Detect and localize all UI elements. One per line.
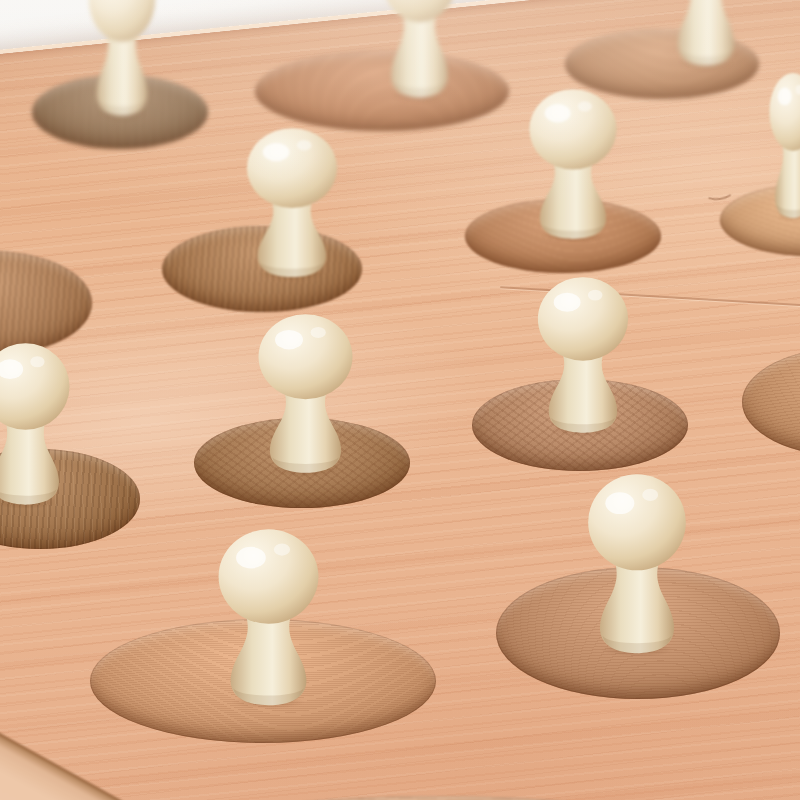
peg-r1c2[interactable] xyxy=(656,0,756,70)
peg-shape xyxy=(522,276,644,437)
peg-shape xyxy=(369,0,470,102)
peg-shape xyxy=(761,72,800,222)
peg-shape xyxy=(242,313,369,477)
peg-shape xyxy=(656,0,756,70)
peg-shape xyxy=(77,0,167,120)
peg-r1c0[interactable] xyxy=(77,0,167,120)
peg-shape xyxy=(571,473,703,658)
peg-r3c1[interactable] xyxy=(242,313,369,477)
peg-shape xyxy=(0,342,85,509)
hole-r5c1-empty[interactable] xyxy=(265,796,609,800)
peg-r4c2[interactable] xyxy=(571,473,703,658)
product-photo xyxy=(0,0,800,800)
peg-r2c1[interactable] xyxy=(231,127,353,281)
peg-r2c3[interactable] xyxy=(761,72,800,222)
hole-r3c3-empty[interactable] xyxy=(742,347,800,457)
peg-r4c1[interactable] xyxy=(201,528,336,710)
peg-r1c1[interactable] xyxy=(369,0,470,102)
hole-r2c0-empty[interactable] xyxy=(0,251,92,355)
peg-r3c0[interactable] xyxy=(0,342,85,509)
peg-shape xyxy=(514,88,632,243)
peg-shape xyxy=(201,528,336,710)
peg-r2c2[interactable] xyxy=(514,88,632,243)
holes-and-pegs-layer xyxy=(0,0,800,800)
peg-shape xyxy=(231,127,353,281)
peg-r3c2[interactable] xyxy=(522,276,644,437)
